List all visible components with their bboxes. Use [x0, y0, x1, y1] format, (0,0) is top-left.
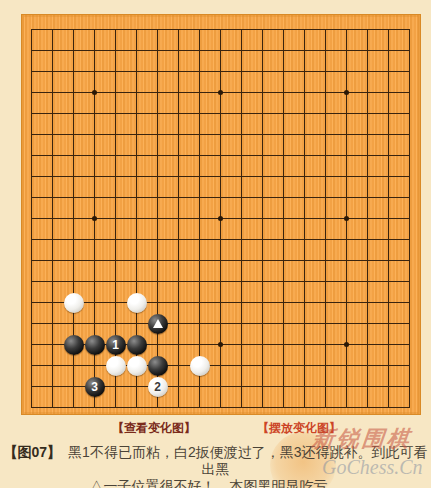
star-point	[344, 342, 349, 347]
star-point	[218, 342, 223, 347]
go-board: 132	[21, 14, 421, 415]
white-stone-E3	[106, 356, 126, 376]
star-point	[344, 90, 349, 95]
caption-line2: △一子位置很不好！ 本图黑明显吃亏。	[0, 478, 431, 488]
black-stone-E4: 1	[106, 335, 126, 355]
white-stone-G2: 2	[148, 377, 168, 397]
view-variation-link[interactable]: 【查看变化图】	[112, 420, 196, 437]
white-stone-F6	[127, 293, 147, 313]
star-point	[344, 216, 349, 221]
white-stone-F3	[127, 356, 147, 376]
black-stone-D2: 3	[85, 377, 105, 397]
black-stone-G5	[148, 314, 168, 334]
watermark-site-url: GoChess.Cn	[322, 456, 423, 479]
figure-number: 【图07】	[4, 444, 62, 460]
star-point	[218, 216, 223, 221]
page: 132 【查看变化图】 【摆放变化图】 【图07】黑1不得已而粘，白2扳便渡过了…	[0, 0, 431, 488]
triangle-marker-icon	[153, 319, 163, 328]
black-stone-C4	[64, 335, 84, 355]
move-number-label: 3	[91, 381, 98, 393]
move-number-label: 2	[154, 381, 161, 393]
black-stone-F4	[127, 335, 147, 355]
star-point	[92, 90, 97, 95]
watermark-site-name: 新锐围棋	[310, 424, 413, 454]
move-number-label: 1	[112, 339, 119, 351]
white-stone-J3	[190, 356, 210, 376]
black-stone-G3	[148, 356, 168, 376]
white-stone-C6	[64, 293, 84, 313]
black-stone-D4	[85, 335, 105, 355]
star-point	[218, 90, 223, 95]
board-grid: 132	[31, 29, 410, 408]
star-point	[92, 216, 97, 221]
